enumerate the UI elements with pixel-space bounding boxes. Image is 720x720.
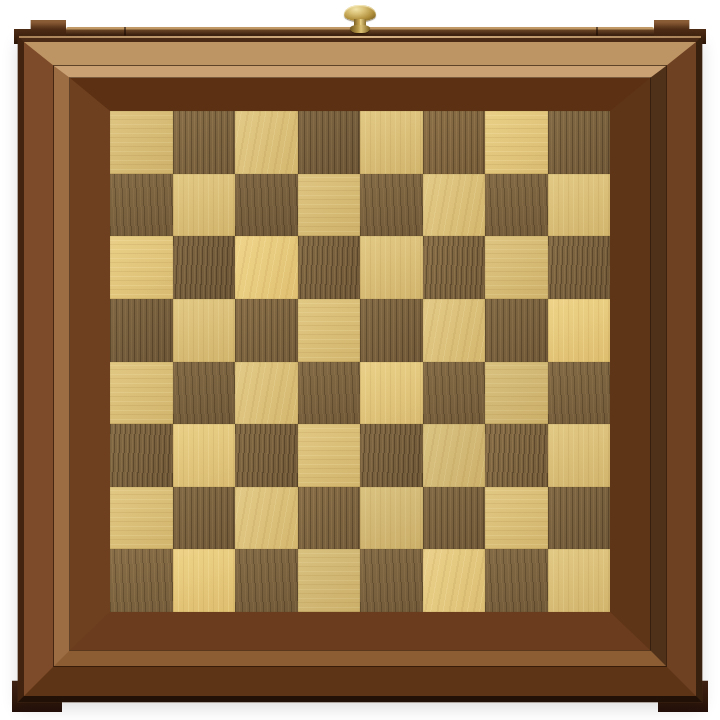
square-f5[interactable] [423,299,486,362]
square-c7[interactable] [235,174,298,237]
square-h6[interactable] [548,236,611,299]
square-g1[interactable] [485,549,548,612]
square-b6[interactable] [173,236,236,299]
square-c8[interactable] [235,111,298,174]
square-d1[interactable] [298,549,361,612]
square-d4[interactable] [298,362,361,425]
square-e4[interactable] [360,362,423,425]
square-d8[interactable] [298,111,361,174]
square-d5[interactable] [298,299,361,362]
square-b5[interactable] [173,299,236,362]
square-b3[interactable] [173,424,236,487]
square-f6[interactable] [423,236,486,299]
square-c5[interactable] [235,299,298,362]
square-d3[interactable] [298,424,361,487]
square-g7[interactable] [485,174,548,237]
square-a6[interactable] [110,236,173,299]
square-h5[interactable] [548,299,611,362]
outer-frame [18,36,702,702]
square-h8[interactable] [548,111,611,174]
square-e1[interactable] [360,549,423,612]
square-f1[interactable] [423,549,486,612]
square-g4[interactable] [485,362,548,425]
chessboard [110,111,610,612]
square-e6[interactable] [360,236,423,299]
square-c6[interactable] [235,236,298,299]
square-b2[interactable] [173,487,236,550]
square-c3[interactable] [235,424,298,487]
brass-knob-base [350,25,370,33]
brass-knob[interactable] [344,5,376,35]
square-d7[interactable] [298,174,361,237]
square-b8[interactable] [173,111,236,174]
square-h7[interactable] [548,174,611,237]
frame-top-edge-highlight [19,36,701,38]
chessboard-product-photo [0,0,720,720]
square-a7[interactable] [110,174,173,237]
square-f2[interactable] [423,487,486,550]
square-f3[interactable] [423,424,486,487]
square-a5[interactable] [110,299,173,362]
square-f4[interactable] [423,362,486,425]
square-h1[interactable] [548,549,611,612]
square-b4[interactable] [173,362,236,425]
square-c2[interactable] [235,487,298,550]
square-c4[interactable] [235,362,298,425]
square-f8[interactable] [423,111,486,174]
frame-top-surface [24,42,696,696]
square-e5[interactable] [360,299,423,362]
square-c1[interactable] [235,549,298,612]
square-e8[interactable] [360,111,423,174]
square-e2[interactable] [360,487,423,550]
square-g6[interactable] [485,236,548,299]
square-h3[interactable] [548,424,611,487]
square-a4[interactable] [110,362,173,425]
square-g8[interactable] [485,111,548,174]
square-a1[interactable] [110,549,173,612]
frame-molding [54,66,666,666]
square-a8[interactable] [110,111,173,174]
square-d2[interactable] [298,487,361,550]
square-h4[interactable] [548,362,611,425]
square-g2[interactable] [485,487,548,550]
square-g5[interactable] [485,299,548,362]
square-f7[interactable] [423,174,486,237]
square-a3[interactable] [110,424,173,487]
inner-walnut-border [70,78,650,650]
square-b7[interactable] [173,174,236,237]
square-e3[interactable] [360,424,423,487]
square-d6[interactable] [298,236,361,299]
square-b1[interactable] [173,549,236,612]
square-h2[interactable] [548,487,611,550]
square-e7[interactable] [360,174,423,237]
square-a2[interactable] [110,487,173,550]
square-g3[interactable] [485,424,548,487]
